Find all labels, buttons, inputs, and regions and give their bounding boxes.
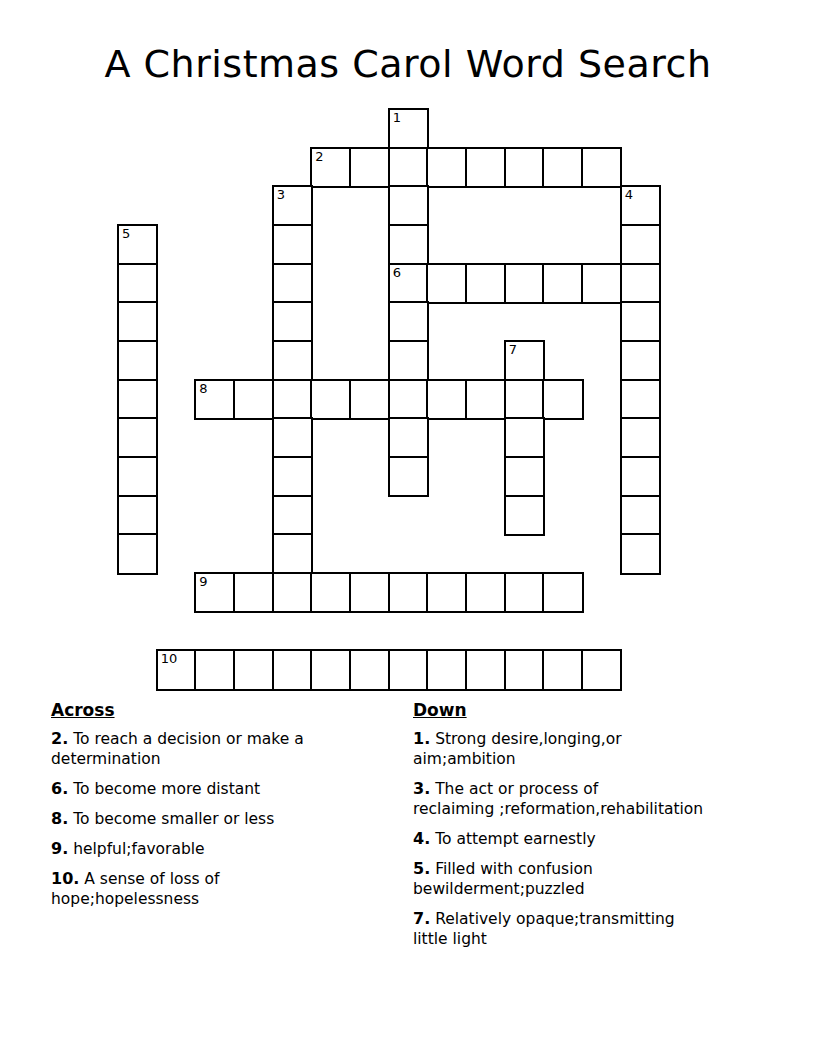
grid-cell-r15c2[interactable]: 10 [156,649,197,690]
grid-cell-r8c4[interactable] [233,379,274,420]
grid-cell-r8c6[interactable] [310,379,351,420]
grid-cell-r5c8[interactable]: 6 [388,263,429,304]
grid-cell-r8c9[interactable] [426,379,467,420]
grid-cell-r10c8[interactable] [388,456,429,497]
down-clue-5: 5. Filled with confusionbewilderment;puz… [413,859,783,899]
clue-number: 5. [413,859,430,878]
grid-cell-r15c9[interactable] [426,649,467,690]
grid-cell-r15c8[interactable] [388,649,429,690]
down-clue-7: 7. Relatively opaque;transmittinglittle … [413,909,783,949]
down-clue-3: 3. The act or process ofreclaiming ;refo… [413,779,783,819]
grid-cell-r6c5[interactable] [272,301,313,342]
cell-number-3: 3 [277,188,285,201]
grid-cell-r11c11[interactable] [504,495,545,536]
clue-number: 10. [51,869,79,888]
grid-cell-r6c8[interactable] [388,301,429,342]
grid-cell-r11c14[interactable] [620,495,661,536]
clue-number: 3. [413,779,430,798]
grid-cell-r15c7[interactable] [349,649,390,690]
grid-cell-r15c12[interactable] [542,649,583,690]
grid-cell-r2c8[interactable] [388,147,429,188]
grid-cell-r2c11[interactable] [504,147,545,188]
grid-cell-r10c14[interactable] [620,456,661,497]
grid-cell-r8c12[interactable] [542,379,583,420]
grid-cell-r1c8[interactable]: 1 [388,108,429,149]
down-clue-list: 1. Strong desire,longing,oraim;ambition3… [413,729,783,949]
grid-cell-r12c1[interactable] [117,533,158,574]
grid-cell-r9c14[interactable] [620,417,661,458]
grid-cell-r15c6[interactable] [310,649,351,690]
grid-cell-r8c1[interactable] [117,379,158,420]
across-clue-8: 8. To become smaller or less [51,809,411,829]
cell-number-4: 4 [625,188,633,201]
cell-number-6: 6 [393,266,401,279]
grid-cell-r2c9[interactable] [426,147,467,188]
clue-number: 6. [51,779,68,798]
grid-cell-r15c5[interactable] [272,649,313,690]
grid-cell-r2c10[interactable] [465,147,506,188]
grid-cell-r9c5[interactable] [272,417,313,458]
across-clue-6: 6. To become more distant [51,779,411,799]
grid-cell-r11c1[interactable] [117,495,158,536]
grid-cell-r5c10[interactable] [465,263,506,304]
page-title: A Christmas Carol Word Search [0,42,816,86]
cell-number-5: 5 [122,227,130,240]
grid-cell-r15c10[interactable] [465,649,506,690]
grid-cell-r8c7[interactable] [349,379,390,420]
down-clues-section: Down 1. Strong desire,longing,oraim;ambi… [413,700,783,959]
grid-cell-r4c5[interactable] [272,224,313,265]
across-clues-section: Across 2. To reach a decision or make ad… [51,700,411,919]
grid-cell-r7c14[interactable] [620,340,661,381]
grid-cell-r10c1[interactable] [117,456,158,497]
grid-cell-r7c1[interactable] [117,340,158,381]
grid-cell-r8c14[interactable] [620,379,661,420]
across-clue-9: 9. helpful;favorable [51,839,411,859]
grid-cell-r4c1[interactable]: 5 [117,224,158,265]
cell-number-2: 2 [315,150,323,163]
grid-cell-r8c11[interactable] [504,379,545,420]
grid-cell-r4c8[interactable] [388,224,429,265]
grid-cell-r5c13[interactable] [581,263,622,304]
grid-cell-r13c9[interactable] [426,572,467,613]
grid-cell-r3c14[interactable]: 4 [620,185,661,226]
grid-cell-r15c4[interactable] [233,649,274,690]
down-clue-1: 1. Strong desire,longing,oraim;ambition [413,729,783,769]
cell-number-7: 7 [509,343,517,356]
grid-cell-r7c11[interactable]: 7 [504,340,545,381]
down-header: Down [413,700,783,720]
grid-cell-r9c8[interactable] [388,417,429,458]
clue-number: 9. [51,839,68,858]
grid-cell-r13c8[interactable] [388,572,429,613]
grid-cell-r5c9[interactable] [426,263,467,304]
grid-cell-r2c13[interactable] [581,147,622,188]
clue-number: 4. [413,829,430,848]
grid-cell-r5c5[interactable] [272,263,313,304]
grid-cell-r12c5[interactable] [272,533,313,574]
grid-cell-r2c6[interactable]: 2 [310,147,351,188]
grid-cell-r5c11[interactable] [504,263,545,304]
grid-cell-r6c14[interactable] [620,301,661,342]
grid-cell-r9c1[interactable] [117,417,158,458]
clue-number: 7. [413,909,430,928]
grid-cell-r9c11[interactable] [504,417,545,458]
grid-cell-r5c12[interactable] [542,263,583,304]
grid-cell-r13c7[interactable] [349,572,390,613]
across-clue-2: 2. To reach a decision or make adetermin… [51,729,411,769]
cell-number-10: 10 [161,652,178,665]
grid-cell-r2c7[interactable] [349,147,390,188]
grid-cell-r10c11[interactable] [504,456,545,497]
grid-cell-r15c13[interactable] [581,649,622,690]
grid-cell-r2c12[interactable] [542,147,583,188]
grid-cell-r13c4[interactable] [233,572,274,613]
grid-cell-r8c5[interactable] [272,379,313,420]
clue-number: 1. [413,729,430,748]
across-header: Across [51,700,411,720]
grid-cell-r15c3[interactable] [194,649,235,690]
grid-cell-r5c14[interactable] [620,263,661,304]
grid-cell-r12c14[interactable] [620,533,661,574]
grid-cell-r13c6[interactable] [310,572,351,613]
grid-cell-r13c12[interactable] [542,572,583,613]
grid-cell-r8c10[interactable] [465,379,506,420]
cell-number-9: 9 [199,575,207,588]
grid-cell-r13c11[interactable] [504,572,545,613]
cell-number-1: 1 [393,111,401,124]
clue-number: 8. [51,809,68,828]
grid-cell-r8c3[interactable]: 8 [194,379,235,420]
clue-number: 2. [51,729,68,748]
grid-cell-r7c8[interactable] [388,340,429,381]
grid-cell-r5c1[interactable] [117,263,158,304]
grid-cell-r10c5[interactable] [272,456,313,497]
down-clue-4: 4. To attempt earnestly [413,829,783,849]
grid-cell-r11c5[interactable] [272,495,313,536]
crossword-grid: 12345678910 [117,108,662,691]
grid-cell-r6c1[interactable] [117,301,158,342]
grid-cell-r4c14[interactable] [620,224,661,265]
grid-cell-r8c8[interactable] [388,379,429,420]
cell-number-8: 8 [199,382,207,395]
grid-cell-r7c5[interactable] [272,340,313,381]
across-clue-10: 10. A sense of loss ofhope;hopelessness [51,869,411,909]
grid-cell-r15c11[interactable] [504,649,545,690]
grid-cell-r13c5[interactable] [272,572,313,613]
grid-cell-r13c10[interactable] [465,572,506,613]
grid-cell-r3c5[interactable]: 3 [272,185,313,226]
across-clue-list: 2. To reach a decision or make adetermin… [51,729,411,909]
grid-cell-r3c8[interactable] [388,185,429,226]
grid-cell-r13c3[interactable]: 9 [194,572,235,613]
